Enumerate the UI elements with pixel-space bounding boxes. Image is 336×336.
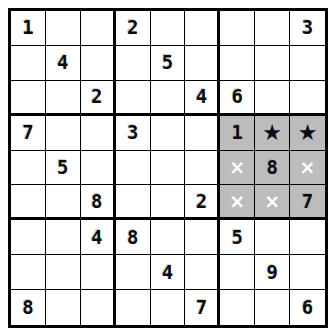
- cell-r1c1[interactable]: 1: [11, 11, 46, 46]
- cell-r4c6[interactable]: [185, 116, 220, 151]
- given-digit: 6: [232, 87, 243, 106]
- cell-r5c9[interactable]: ×: [290, 151, 325, 186]
- cell-r9c9[interactable]: 6: [290, 290, 325, 325]
- cross-mark-icon: ×: [264, 192, 280, 211]
- cell-r2c8[interactable]: [255, 46, 290, 81]
- cell-r8c1[interactable]: [11, 255, 46, 290]
- cell-r9c4[interactable]: [116, 290, 151, 325]
- given-digit: 1: [232, 123, 243, 142]
- cell-r4c8[interactable]: ★: [255, 116, 290, 151]
- cell-r5c1[interactable]: [11, 151, 46, 186]
- cell-r6c6[interactable]: 2: [185, 185, 220, 220]
- cell-r9c3[interactable]: [81, 290, 116, 325]
- cell-r9c7[interactable]: [220, 290, 255, 325]
- cross-mark-icon: ×: [229, 158, 245, 177]
- cell-r6c1[interactable]: [11, 185, 46, 220]
- given-digit: 1: [22, 18, 33, 37]
- cell-r4c5[interactable]: [151, 116, 186, 151]
- cell-r4c7[interactable]: 1: [220, 116, 255, 151]
- cell-r2c2[interactable]: 4: [46, 46, 81, 81]
- cell-r7c4[interactable]: 8: [116, 220, 151, 255]
- cell-r2c4[interactable]: [116, 46, 151, 81]
- given-digit: 2: [91, 87, 102, 106]
- cell-r8c7[interactable]: [220, 255, 255, 290]
- cell-r6c4[interactable]: [116, 185, 151, 220]
- cell-r3c5[interactable]: [151, 81, 186, 116]
- cross-mark-icon: ×: [229, 192, 245, 211]
- cell-r3c2[interactable]: [46, 81, 81, 116]
- given-digit: 7: [22, 123, 33, 142]
- cell-r9c8[interactable]: [255, 290, 290, 325]
- cell-r8c4[interactable]: [116, 255, 151, 290]
- cell-r2c9[interactable]: [290, 46, 325, 81]
- given-digit: 4: [91, 228, 102, 247]
- given-digit: 4: [196, 87, 207, 106]
- cell-r5c4[interactable]: [116, 151, 151, 186]
- cell-r8c5[interactable]: 4: [151, 255, 186, 290]
- cell-r7c5[interactable]: [151, 220, 186, 255]
- cell-r5c3[interactable]: [81, 151, 116, 186]
- given-digit: 5: [162, 53, 173, 72]
- cell-r3c6[interactable]: 4: [185, 81, 220, 116]
- cell-r2c6[interactable]: [185, 46, 220, 81]
- cell-r3c3[interactable]: 2: [81, 81, 116, 116]
- cell-r6c3[interactable]: 8: [81, 185, 116, 220]
- cell-r5c7[interactable]: ×: [220, 151, 255, 186]
- cell-r4c3[interactable]: [81, 116, 116, 151]
- cell-r1c2[interactable]: [46, 11, 81, 46]
- cell-r1c7[interactable]: [220, 11, 255, 46]
- cell-r8c6[interactable]: [185, 255, 220, 290]
- cell-r2c5[interactable]: 5: [151, 46, 186, 81]
- cell-r3c9[interactable]: [290, 81, 325, 116]
- given-digit: 4: [57, 53, 68, 72]
- given-digit: 3: [302, 18, 313, 37]
- cell-r4c9[interactable]: ★: [290, 116, 325, 151]
- given-digit: 6: [302, 298, 313, 317]
- cell-r5c6[interactable]: [185, 151, 220, 186]
- cell-r7c2[interactable]: [46, 220, 81, 255]
- given-digit: 9: [266, 263, 277, 282]
- given-digit: 8: [127, 228, 138, 247]
- cell-r8c3[interactable]: [81, 255, 116, 290]
- cell-r5c2[interactable]: 5: [46, 151, 81, 186]
- cell-r7c8[interactable]: [255, 220, 290, 255]
- cell-r1c6[interactable]: [185, 11, 220, 46]
- given-digit: 7: [196, 298, 207, 317]
- cell-r8c9[interactable]: [290, 255, 325, 290]
- cell-r1c4[interactable]: 2: [116, 11, 151, 46]
- sudoku-board: 12345246731★★5×8×82××748549876: [8, 8, 328, 328]
- given-digit: 2: [196, 192, 207, 211]
- cell-r5c5[interactable]: [151, 151, 186, 186]
- cell-r7c7[interactable]: 5: [220, 220, 255, 255]
- cell-r6c2[interactable]: [46, 185, 81, 220]
- cell-r9c2[interactable]: [46, 290, 81, 325]
- cell-r8c8[interactable]: 9: [255, 255, 290, 290]
- cell-r1c5[interactable]: [151, 11, 186, 46]
- star-mark-icon: ★: [298, 122, 318, 144]
- star-mark-icon: ★: [262, 122, 282, 144]
- cell-r3c4[interactable]: [116, 81, 151, 116]
- cell-r1c3[interactable]: [81, 11, 116, 46]
- cell-r9c5[interactable]: [151, 290, 186, 325]
- cross-mark-icon: ×: [300, 158, 316, 177]
- cell-r7c1[interactable]: [11, 220, 46, 255]
- given-digit: 4: [162, 263, 173, 282]
- cell-r3c7[interactable]: 6: [220, 81, 255, 116]
- cell-r7c6[interactable]: [185, 220, 220, 255]
- cell-r3c8[interactable]: [255, 81, 290, 116]
- cell-r3c1[interactable]: [11, 81, 46, 116]
- cell-r4c4[interactable]: 3: [116, 116, 151, 151]
- cell-r7c9[interactable]: [290, 220, 325, 255]
- cell-r6c9[interactable]: 7: [290, 185, 325, 220]
- given-digit: 8: [22, 298, 33, 317]
- cell-r6c5[interactable]: [151, 185, 186, 220]
- given-digit: 5: [232, 228, 243, 247]
- sudoku-page: 12345246731★★5×8×82××748549876: [0, 0, 336, 336]
- cell-r2c7[interactable]: [220, 46, 255, 81]
- cell-r4c2[interactable]: [46, 116, 81, 151]
- given-digit: 3: [127, 123, 138, 142]
- given-digit: 8: [266, 158, 277, 177]
- cell-r7c3[interactable]: 4: [81, 220, 116, 255]
- cell-r9c6[interactable]: 7: [185, 290, 220, 325]
- cell-r6c7[interactable]: ×: [220, 185, 255, 220]
- cell-r2c1[interactable]: [11, 46, 46, 81]
- cell-r9c1[interactable]: 8: [11, 290, 46, 325]
- cell-r6c8[interactable]: ×: [255, 185, 290, 220]
- cell-r4c1[interactable]: 7: [11, 116, 46, 151]
- cell-r2c3[interactable]: [81, 46, 116, 81]
- cell-r1c8[interactable]: [255, 11, 290, 46]
- cell-r8c2[interactable]: [46, 255, 81, 290]
- given-digit: 2: [127, 18, 138, 37]
- given-digit: 8: [91, 192, 102, 211]
- given-digit: 7: [302, 192, 313, 211]
- given-digit: 5: [57, 158, 68, 177]
- cell-r1c9[interactable]: 3: [290, 11, 325, 46]
- cell-r5c8[interactable]: 8: [255, 151, 290, 186]
